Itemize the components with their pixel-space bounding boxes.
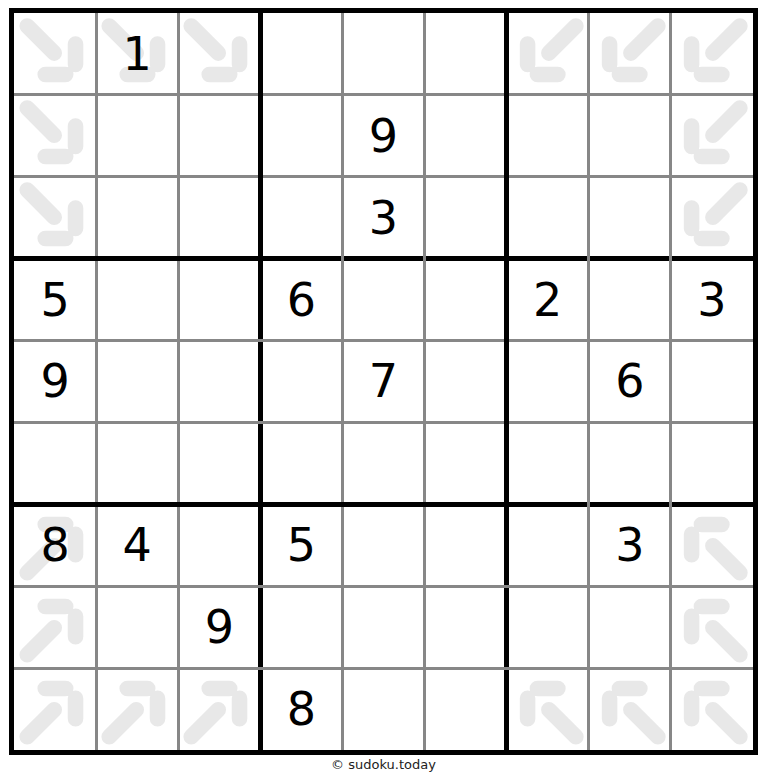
arrow-up-left-icon [671,668,753,750]
cell-r2c3[interactable] [178,95,260,177]
arrow-down-left-icon [671,177,753,259]
arrow-down-right-icon [14,95,96,177]
copyright-footer: © sudoku.today [9,757,758,772]
cell-r3c2[interactable] [96,177,178,259]
cell-r3c5[interactable]: 3 [342,177,424,259]
cell-r3c9[interactable] [671,177,753,259]
cell-r9c4[interactable]: 8 [260,668,342,750]
cell-r1c3[interactable] [178,13,260,95]
cell-r4c6[interactable] [425,259,507,341]
cell-r1c2[interactable]: 1 [96,13,178,95]
cell-r6c2[interactable] [96,422,178,504]
cell-r8c4[interactable] [260,586,342,668]
cell-r8c2[interactable] [96,586,178,668]
given-digit: 3 [671,259,753,341]
cell-r4c3[interactable] [178,259,260,341]
cell-r9c7[interactable] [507,668,589,750]
cell-r6c9[interactable] [671,422,753,504]
cell-r2c6[interactable] [425,95,507,177]
cell-r2c8[interactable] [589,95,671,177]
cell-r1c7[interactable] [507,13,589,95]
cell-r1c4[interactable] [260,13,342,95]
cell-r4c5[interactable] [342,259,424,341]
given-digit: 6 [589,341,671,423]
cell-r7c5[interactable] [342,504,424,586]
arrow-down-left-icon [589,13,671,95]
cell-r5c6[interactable] [425,341,507,423]
arrow-down-right-icon [178,13,260,95]
cell-r7c9[interactable] [671,504,753,586]
cell-r9c6[interactable] [425,668,507,750]
cell-r8c1[interactable] [14,586,96,668]
arrow-up-right-icon [96,668,178,750]
cell-r5c5[interactable]: 7 [342,341,424,423]
arrow-up-right-icon [14,668,96,750]
cell-r3c7[interactable] [507,177,589,259]
cell-r2c2[interactable] [96,95,178,177]
sudoku-page: 1935623976845398 © sudoku.today [0,8,767,777]
cell-r6c4[interactable] [260,422,342,504]
cell-r7c6[interactable] [425,504,507,586]
cell-r7c7[interactable] [507,504,589,586]
cell-r3c4[interactable] [260,177,342,259]
cell-r1c1[interactable] [14,13,96,95]
cell-r4c4[interactable]: 6 [260,259,342,341]
given-digit: 1 [96,13,178,95]
arrow-down-left-icon [671,95,753,177]
given-digit: 9 [178,586,260,668]
cell-r2c7[interactable] [507,95,589,177]
given-digit: 8 [14,504,96,586]
cell-r9c9[interactable] [671,668,753,750]
cell-r3c3[interactable] [178,177,260,259]
cell-r8c5[interactable] [342,586,424,668]
cell-r4c8[interactable] [589,259,671,341]
arrow-up-right-icon [14,586,96,668]
given-digit: 2 [507,259,589,341]
cell-r3c1[interactable] [14,177,96,259]
cell-r2c1[interactable] [14,95,96,177]
cell-r9c5[interactable] [342,668,424,750]
cell-r6c6[interactable] [425,422,507,504]
cell-r3c6[interactable] [425,177,507,259]
cell-grid: 1935623976845398 [14,13,753,750]
cell-r4c7[interactable]: 2 [507,259,589,341]
given-digit: 3 [342,177,424,259]
cell-r6c3[interactable] [178,422,260,504]
cell-r6c8[interactable] [589,422,671,504]
cell-r2c5[interactable]: 9 [342,95,424,177]
arrow-up-left-icon [589,668,671,750]
cell-r7c3[interactable] [178,504,260,586]
cell-r8c7[interactable] [507,586,589,668]
given-digit: 6 [260,259,342,341]
cell-r6c7[interactable] [507,422,589,504]
cell-r5c9[interactable] [671,341,753,423]
given-digit: 7 [342,341,424,423]
cell-r9c3[interactable] [178,668,260,750]
given-digit: 4 [96,504,178,586]
cell-r9c2[interactable] [96,668,178,750]
cell-r5c4[interactable] [260,341,342,423]
cell-r8c6[interactable] [425,586,507,668]
arrow-down-left-icon [671,13,753,95]
cell-r4c1[interactable]: 5 [14,259,96,341]
arrow-down-right-icon [14,13,96,95]
cell-r7c4[interactable]: 5 [260,504,342,586]
cell-r5c7[interactable] [507,341,589,423]
given-digit: 5 [260,504,342,586]
cell-r5c2[interactable] [96,341,178,423]
cell-r9c1[interactable] [14,668,96,750]
cell-r5c8[interactable]: 6 [589,341,671,423]
cell-r7c1[interactable]: 8 [14,504,96,586]
cell-r5c1[interactable]: 9 [14,341,96,423]
cell-r1c5[interactable] [342,13,424,95]
cell-r1c9[interactable] [671,13,753,95]
cell-r1c8[interactable] [589,13,671,95]
cell-r2c4[interactable] [260,95,342,177]
cell-r3c8[interactable] [589,177,671,259]
cell-r5c3[interactable] [178,341,260,423]
given-digit: 5 [14,259,96,341]
given-digit: 3 [589,504,671,586]
arrow-up-left-icon [671,504,753,586]
given-digit: 9 [342,95,424,177]
cell-r7c8[interactable]: 3 [589,504,671,586]
cell-r8c9[interactable] [671,586,753,668]
sudoku-board: 1935623976845398 [9,8,758,755]
arrow-up-right-icon [178,668,260,750]
cell-r8c3[interactable]: 9 [178,586,260,668]
cell-r6c5[interactable] [342,422,424,504]
arrow-up-left-icon [671,586,753,668]
given-digit: 9 [14,341,96,423]
given-digit: 8 [260,668,342,750]
cell-r6c1[interactable] [14,422,96,504]
arrow-up-left-icon [507,668,589,750]
cell-r8c8[interactable] [589,586,671,668]
cell-r9c8[interactable] [589,668,671,750]
cell-r1c6[interactable] [425,13,507,95]
cell-r4c2[interactable] [96,259,178,341]
arrow-down-left-icon [507,13,589,95]
cell-r4c9[interactable]: 3 [671,259,753,341]
cell-r7c2[interactable]: 4 [96,504,178,586]
cell-r2c9[interactable] [671,95,753,177]
arrow-down-right-icon [14,177,96,259]
